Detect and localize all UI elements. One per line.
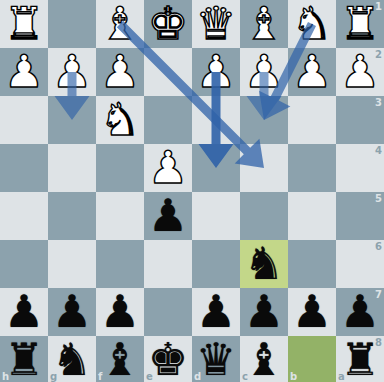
square-c5[interactable] <box>240 192 288 240</box>
square-f6[interactable] <box>96 240 144 288</box>
square-g6[interactable] <box>48 240 96 288</box>
square-e8[interactable]: e♚ <box>144 336 192 382</box>
white-queen[interactable]: ♛ <box>192 0 240 48</box>
square-f5[interactable] <box>96 192 144 240</box>
square-e1[interactable]: ♚ <box>144 0 192 48</box>
square-g2[interactable]: ♟ <box>48 48 96 96</box>
white-pawn[interactable]: ♟ <box>240 48 288 96</box>
white-bishop[interactable]: ♝ <box>96 0 144 48</box>
square-g4[interactable] <box>48 144 96 192</box>
rank-label-8: 8 <box>375 337 382 348</box>
square-d1[interactable]: ♛ <box>192 0 240 48</box>
square-b6[interactable] <box>288 240 336 288</box>
square-d6[interactable] <box>192 240 240 288</box>
white-pawn[interactable]: ♟ <box>96 48 144 96</box>
square-e6[interactable] <box>144 240 192 288</box>
square-a3[interactable]: 3 <box>336 96 384 144</box>
file-label-a: a <box>338 371 345 382</box>
white-pawn[interactable]: ♟ <box>144 144 192 192</box>
chess-board: ♜♝♚♛♝♞1♜♟♟♟♟♟♟2♟♞3♟4♟5♞6♟♟♟♟♟♟7♟h♜g♞f♝e♚… <box>0 0 384 382</box>
black-pawn[interactable]: ♟ <box>96 288 144 336</box>
square-d5[interactable] <box>192 192 240 240</box>
black-pawn[interactable]: ♟ <box>48 288 96 336</box>
square-c1[interactable]: ♝ <box>240 0 288 48</box>
square-b5[interactable] <box>288 192 336 240</box>
square-f2[interactable]: ♟ <box>96 48 144 96</box>
square-b7[interactable]: ♟ <box>288 288 336 336</box>
square-b4[interactable] <box>288 144 336 192</box>
square-f7[interactable]: ♟ <box>96 288 144 336</box>
square-d3[interactable] <box>192 96 240 144</box>
square-f4[interactable] <box>96 144 144 192</box>
square-a6[interactable]: 6 <box>336 240 384 288</box>
chess-board-stage: ♜♝♚♛♝♞1♜♟♟♟♟♟♟2♟♞3♟4♟5♞6♟♟♟♟♟♟7♟h♜g♞f♝e♚… <box>0 0 384 382</box>
square-h8[interactable]: h♜ <box>0 336 48 382</box>
square-c7[interactable]: ♟ <box>240 288 288 336</box>
rank-label-3: 3 <box>375 97 382 108</box>
white-pawn[interactable]: ♟ <box>288 48 336 96</box>
square-g5[interactable] <box>48 192 96 240</box>
square-g1[interactable] <box>48 0 96 48</box>
rank-label-6: 6 <box>375 241 382 252</box>
rank-label-5: 5 <box>375 193 382 204</box>
square-d4[interactable] <box>192 144 240 192</box>
square-d7[interactable]: ♟ <box>192 288 240 336</box>
white-pawn[interactable]: ♟ <box>192 48 240 96</box>
square-g8[interactable]: g♞ <box>48 336 96 382</box>
square-a7[interactable]: 7♟ <box>336 288 384 336</box>
square-d2[interactable]: ♟ <box>192 48 240 96</box>
square-d8[interactable]: d♛ <box>192 336 240 382</box>
black-pawn[interactable]: ♟ <box>240 288 288 336</box>
file-label-c: c <box>242 371 248 382</box>
file-label-b: b <box>290 371 297 382</box>
square-b8[interactable]: b <box>288 336 336 382</box>
square-e5[interactable]: ♟ <box>144 192 192 240</box>
black-pawn[interactable]: ♟ <box>0 288 48 336</box>
square-h4[interactable] <box>0 144 48 192</box>
rank-label-1: 1 <box>375 1 382 12</box>
square-b2[interactable]: ♟ <box>288 48 336 96</box>
square-c3[interactable] <box>240 96 288 144</box>
white-knight[interactable]: ♞ <box>96 96 144 144</box>
square-f3[interactable]: ♞ <box>96 96 144 144</box>
square-e7[interactable] <box>144 288 192 336</box>
square-h6[interactable] <box>0 240 48 288</box>
square-h1[interactable]: ♜ <box>0 0 48 48</box>
file-label-e: e <box>146 371 153 382</box>
square-b3[interactable] <box>288 96 336 144</box>
square-f8[interactable]: f♝ <box>96 336 144 382</box>
square-a5[interactable]: 5 <box>336 192 384 240</box>
white-bishop[interactable]: ♝ <box>240 0 288 48</box>
square-h7[interactable]: ♟ <box>0 288 48 336</box>
square-h5[interactable] <box>0 192 48 240</box>
white-rook[interactable]: ♜ <box>0 0 48 48</box>
black-bishop[interactable]: ♝ <box>96 336 144 382</box>
white-pawn[interactable]: ♟ <box>48 48 96 96</box>
white-pawn[interactable]: ♟ <box>0 48 48 96</box>
square-e4[interactable]: ♟ <box>144 144 192 192</box>
black-pawn[interactable]: ♟ <box>288 288 336 336</box>
square-a4[interactable]: 4 <box>336 144 384 192</box>
square-f1[interactable]: ♝ <box>96 0 144 48</box>
square-c4[interactable] <box>240 144 288 192</box>
rank-label-2: 2 <box>375 49 382 60</box>
white-knight[interactable]: ♞ <box>288 0 336 48</box>
file-label-f: f <box>98 371 102 382</box>
black-knight[interactable]: ♞ <box>240 240 288 288</box>
square-g7[interactable]: ♟ <box>48 288 96 336</box>
file-label-d: d <box>194 371 201 382</box>
square-h2[interactable]: ♟ <box>0 48 48 96</box>
black-pawn[interactable]: ♟ <box>192 288 240 336</box>
square-g3[interactable] <box>48 96 96 144</box>
white-king[interactable]: ♚ <box>144 0 192 48</box>
square-a8[interactable]: 8a♜ <box>336 336 384 382</box>
rank-label-4: 4 <box>375 145 382 156</box>
rank-label-7: 7 <box>375 289 382 300</box>
square-a1[interactable]: 1♜ <box>336 0 384 48</box>
black-pawn[interactable]: ♟ <box>144 192 192 240</box>
square-e2[interactable] <box>144 48 192 96</box>
file-label-h: h <box>2 371 9 382</box>
square-b1[interactable]: ♞ <box>288 0 336 48</box>
file-label-g: g <box>50 371 57 382</box>
square-e3[interactable] <box>144 96 192 144</box>
square-c6[interactable]: ♞ <box>240 240 288 288</box>
square-h3[interactable] <box>0 96 48 144</box>
square-a2[interactable]: 2♟ <box>336 48 384 96</box>
square-c2[interactable]: ♟ <box>240 48 288 96</box>
square-c8[interactable]: c♝ <box>240 336 288 382</box>
